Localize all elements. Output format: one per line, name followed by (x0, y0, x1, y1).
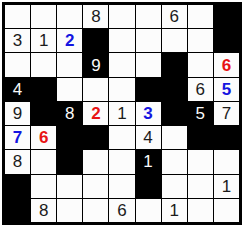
cell-r6c6: 4 (136, 126, 161, 149)
cell-r1c4: 8 (83, 5, 108, 28)
cell-r9c7: 1 (162, 199, 187, 222)
cell-r6c8 (188, 126, 213, 149)
cell-r8c2[interactable] (31, 175, 56, 198)
cell-r7c8[interactable] (188, 150, 213, 173)
cell-r4c7 (162, 78, 187, 101)
cell-r1c8[interactable] (188, 5, 213, 28)
cell-r3c3[interactable] (57, 53, 82, 76)
cell-r2c1: 3 (5, 29, 30, 52)
cell-r4c2 (31, 78, 56, 101)
cell-r5c1: 9 (5, 102, 30, 125)
cell-r8c5[interactable] (109, 175, 134, 198)
cell-r8c7[interactable] (162, 175, 187, 198)
cell-r8c3[interactable] (57, 175, 82, 198)
cell-r8c4[interactable] (83, 175, 108, 198)
cell-r6c9 (214, 126, 239, 149)
cell-r5c5: 1 (109, 102, 134, 125)
cell-r7c7[interactable] (162, 150, 187, 173)
cell-r5c4[interactable]: 2 (83, 102, 108, 125)
cell-r2c3[interactable]: 2 (57, 29, 82, 52)
cell-r1c6[interactable] (136, 5, 161, 28)
cell-r8c1 (5, 175, 30, 198)
cell-r1c5[interactable] (109, 5, 134, 28)
cell-r7c3 (57, 150, 82, 173)
cell-r3c7 (162, 53, 187, 76)
cell-r1c9 (214, 5, 239, 28)
cell-r5c8: 5 (188, 102, 213, 125)
cell-r6c2[interactable]: 6 (31, 126, 56, 149)
cell-r7c2[interactable] (31, 150, 56, 173)
cell-r8c9: 1 (214, 175, 239, 198)
cell-r6c7[interactable] (162, 126, 187, 149)
cell-r2c7[interactable] (162, 29, 187, 52)
cell-r9c4[interactable] (83, 199, 108, 222)
cell-r4c1: 4 (5, 78, 30, 101)
cell-r1c1[interactable] (5, 5, 30, 28)
cell-r9c9[interactable] (214, 199, 239, 222)
cell-r9c1 (5, 199, 30, 222)
cell-r7c1: 8 (5, 150, 30, 173)
cell-r2c6[interactable] (136, 29, 161, 52)
cell-r8c6 (136, 175, 161, 198)
cell-r2c9 (214, 29, 239, 52)
cell-r1c7: 6 (162, 5, 187, 28)
cell-r6c5[interactable] (109, 126, 134, 149)
cell-r9c3[interactable] (57, 199, 82, 222)
cell-r3c1[interactable] (5, 53, 30, 76)
cell-r5c3: 8 (57, 102, 82, 125)
str8ts-board: 86312964659821357764811861 (2, 2, 242, 225)
cell-r4c8: 6 (188, 78, 213, 101)
cell-r1c3[interactable] (57, 5, 82, 28)
cell-r3c5[interactable] (109, 53, 134, 76)
cell-r6c1[interactable]: 7 (5, 126, 30, 149)
cell-r4c9[interactable]: 5 (214, 78, 239, 101)
cell-r1c2[interactable] (31, 5, 56, 28)
cell-r3c4: 9 (83, 53, 108, 76)
cell-r7c6: 1 (136, 150, 161, 173)
cell-r2c5[interactable] (109, 29, 134, 52)
cell-r7c5[interactable] (109, 150, 134, 173)
cell-r3c6[interactable] (136, 53, 161, 76)
cell-r2c8[interactable] (188, 29, 213, 52)
cell-r6c3 (57, 126, 82, 149)
cell-r7c9[interactable] (214, 150, 239, 173)
cell-r5c2 (31, 102, 56, 125)
cell-r5c7 (162, 102, 187, 125)
cell-r6c4 (83, 126, 108, 149)
cell-r3c8[interactable] (188, 53, 213, 76)
cell-r7c4[interactable] (83, 150, 108, 173)
cell-r2c4 (83, 29, 108, 52)
cell-r4c3[interactable] (57, 78, 82, 101)
cell-r4c4[interactable] (83, 78, 108, 101)
cell-r9c6[interactable] (136, 199, 161, 222)
cell-r5c9: 7 (214, 102, 239, 125)
cell-r3c9[interactable]: 6 (214, 53, 239, 76)
cell-r9c2: 8 (31, 199, 56, 222)
cell-r4c6 (136, 78, 161, 101)
cell-r9c8[interactable] (188, 199, 213, 222)
cell-r9c5: 6 (109, 199, 134, 222)
cell-r4c5[interactable] (109, 78, 134, 101)
cell-r8c8[interactable] (188, 175, 213, 198)
cell-r5c6[interactable]: 3 (136, 102, 161, 125)
cell-r2c2: 1 (31, 29, 56, 52)
cell-r3c2[interactable] (31, 53, 56, 76)
